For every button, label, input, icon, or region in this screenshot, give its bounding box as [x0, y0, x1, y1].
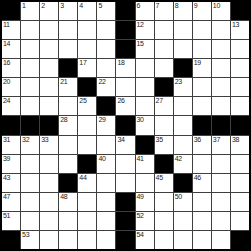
white-cell[interactable]: 3 [59, 2, 77, 20]
black-cell [116, 193, 134, 211]
white-cell[interactable] [40, 97, 58, 115]
white-cell[interactable] [174, 116, 192, 134]
white-cell[interactable] [116, 155, 134, 173]
white-cell[interactable]: 47 [2, 193, 20, 211]
clue-number: 44 [79, 174, 86, 182]
clue-number: 49 [137, 193, 144, 201]
white-cell[interactable] [40, 212, 58, 230]
white-cell[interactable]: 37 [212, 136, 230, 154]
white-cell[interactable] [193, 21, 211, 39]
white-cell[interactable]: 28 [59, 116, 77, 134]
white-cell[interactable] [21, 97, 39, 115]
white-cell[interactable]: 35 [155, 136, 173, 154]
white-cell[interactable] [174, 21, 192, 39]
clue-number: 42 [175, 155, 182, 163]
white-cell[interactable]: 12 [136, 21, 154, 39]
white-cell[interactable] [193, 231, 211, 249]
white-cell[interactable] [40, 40, 58, 58]
clue-number: 6 [137, 2, 141, 10]
clue-number: 15 [137, 40, 144, 48]
white-cell[interactable] [78, 193, 96, 211]
white-cell[interactable]: 39 [2, 155, 20, 173]
white-cell[interactable] [21, 155, 39, 173]
white-cell[interactable] [40, 174, 58, 192]
white-cell[interactable] [21, 212, 39, 230]
white-cell[interactable]: 31 [2, 136, 20, 154]
black-cell [59, 59, 77, 77]
white-cell[interactable] [78, 231, 96, 249]
clue-number: 41 [137, 155, 144, 163]
white-cell[interactable] [97, 136, 115, 154]
clue-number: 46 [194, 174, 201, 182]
white-cell[interactable] [174, 231, 192, 249]
white-cell[interactable]: 7 [155, 2, 173, 20]
clue-number: 36 [194, 136, 201, 144]
white-cell[interactable] [78, 116, 96, 134]
clue-number: 17 [79, 59, 86, 67]
white-cell[interactable]: 49 [136, 193, 154, 211]
clue-number: 54 [137, 231, 144, 239]
white-cell[interactable] [21, 21, 39, 39]
clue-number: 30 [137, 116, 144, 124]
black-cell [231, 231, 249, 249]
white-cell[interactable]: 29 [97, 116, 115, 134]
white-cell[interactable] [193, 97, 211, 115]
white-cell[interactable] [193, 40, 211, 58]
white-cell[interactable]: 8 [174, 2, 192, 20]
clue-number: 19 [194, 59, 201, 67]
clue-number: 29 [98, 116, 105, 124]
white-cell[interactable]: 38 [231, 136, 249, 154]
clue-number: 45 [156, 174, 163, 182]
black-cell [116, 2, 134, 20]
white-cell[interactable] [193, 212, 211, 230]
black-cell [2, 2, 20, 20]
white-cell[interactable]: 21 [59, 78, 77, 96]
white-cell[interactable]: 25 [78, 97, 96, 115]
white-cell[interactable] [59, 155, 77, 173]
clue-number: 39 [3, 155, 10, 163]
clue-number: 27 [156, 97, 163, 105]
white-cell[interactable]: 19 [193, 59, 211, 77]
white-cell[interactable]: 44 [78, 174, 96, 192]
white-cell[interactable] [136, 78, 154, 96]
white-cell[interactable]: 45 [155, 174, 173, 192]
white-cell[interactable] [212, 174, 230, 192]
clue-number: 53 [22, 231, 29, 239]
white-cell[interactable] [21, 174, 39, 192]
white-cell[interactable] [212, 97, 230, 115]
clue-number: 40 [98, 155, 105, 163]
white-cell[interactable] [212, 40, 230, 58]
white-cell[interactable] [40, 155, 58, 173]
white-cell[interactable] [155, 21, 173, 39]
white-cell[interactable]: 41 [136, 155, 154, 173]
white-cell[interactable] [21, 59, 39, 77]
white-cell[interactable]: 42 [174, 155, 192, 173]
clue-number: 25 [79, 97, 86, 105]
clue-number: 9 [194, 2, 198, 10]
white-cell[interactable]: 24 [2, 97, 20, 115]
clue-number: 4 [79, 2, 83, 10]
black-cell [231, 2, 249, 20]
clue-number: 38 [232, 136, 239, 144]
white-cell[interactable]: 1 [21, 2, 39, 20]
white-cell[interactable]: 6 [136, 2, 154, 20]
black-cell [97, 97, 115, 115]
white-cell[interactable] [212, 212, 230, 230]
white-cell[interactable]: 33 [40, 136, 58, 154]
clue-number: 26 [117, 97, 124, 105]
clue-number: 48 [60, 193, 67, 201]
white-cell[interactable]: 2 [40, 2, 58, 20]
white-cell[interactable] [40, 231, 58, 249]
white-cell[interactable]: 22 [97, 78, 115, 96]
white-cell[interactable]: 18 [116, 59, 134, 77]
white-cell[interactable]: 10 [212, 2, 230, 20]
white-cell[interactable]: 51 [2, 212, 20, 230]
white-cell[interactable]: 20 [2, 78, 20, 96]
clue-number: 1 [22, 2, 26, 10]
white-cell[interactable] [231, 78, 249, 96]
clue-number: 43 [3, 174, 10, 182]
black-cell [21, 116, 39, 134]
white-cell[interactable] [212, 193, 230, 211]
white-cell[interactable] [212, 78, 230, 96]
black-cell [116, 40, 134, 58]
black-cell [155, 155, 173, 173]
white-cell[interactable] [136, 97, 154, 115]
white-cell[interactable] [97, 40, 115, 58]
white-cell[interactable]: 5 [97, 2, 115, 20]
white-cell[interactable]: 11 [2, 21, 20, 39]
white-cell[interactable]: 34 [116, 136, 134, 154]
white-cell[interactable] [231, 59, 249, 77]
white-cell[interactable] [155, 40, 173, 58]
white-cell[interactable] [212, 21, 230, 39]
white-cell[interactable]: 13 [231, 21, 249, 39]
clue-number: 2 [41, 2, 45, 10]
clue-number: 3 [60, 2, 64, 10]
white-cell[interactable] [231, 155, 249, 173]
white-cell[interactable]: 40 [97, 155, 115, 173]
clue-number: 21 [60, 78, 67, 86]
white-cell[interactable] [155, 193, 173, 211]
white-cell[interactable]: 23 [174, 78, 192, 96]
clue-number: 16 [3, 59, 10, 67]
white-cell[interactable] [136, 174, 154, 192]
crossword-grid: 1234567891011121314151617181920212223242… [0, 0, 251, 251]
clue-number: 13 [232, 21, 239, 29]
white-cell[interactable] [116, 174, 134, 192]
clue-number: 22 [98, 78, 105, 86]
white-cell[interactable] [59, 97, 77, 115]
clue-number: 10 [213, 2, 220, 10]
white-cell[interactable]: 9 [193, 2, 211, 20]
white-cell[interactable] [59, 136, 77, 154]
black-cell [78, 155, 96, 173]
white-cell[interactable] [97, 174, 115, 192]
white-cell[interactable] [21, 193, 39, 211]
clue-number: 32 [22, 136, 29, 144]
white-cell[interactable] [231, 40, 249, 58]
white-cell[interactable]: 53 [21, 231, 39, 249]
white-cell[interactable] [59, 21, 77, 39]
clue-number: 8 [175, 2, 179, 10]
white-cell[interactable]: 4 [78, 2, 96, 20]
black-cell [78, 78, 96, 96]
clue-number: 11 [3, 21, 10, 29]
white-cell[interactable] [40, 78, 58, 96]
black-cell [116, 21, 134, 39]
black-cell [136, 136, 154, 154]
white-cell[interactable] [155, 231, 173, 249]
white-cell[interactable] [174, 40, 192, 58]
white-cell[interactable] [59, 40, 77, 58]
clue-number: 31 [3, 136, 10, 144]
white-cell[interactable]: 17 [78, 59, 96, 77]
white-cell[interactable] [136, 59, 154, 77]
white-cell[interactable]: 26 [116, 97, 134, 115]
white-cell[interactable] [155, 59, 173, 77]
black-cell [59, 174, 77, 192]
white-cell[interactable] [116, 78, 134, 96]
clue-number: 52 [137, 212, 144, 220]
white-cell[interactable]: 43 [2, 174, 20, 192]
black-cell [174, 174, 192, 192]
white-cell[interactable] [97, 231, 115, 249]
black-cell [2, 116, 20, 134]
white-cell[interactable] [78, 212, 96, 230]
clue-number: 24 [3, 97, 10, 105]
white-cell[interactable] [212, 231, 230, 249]
clue-number: 7 [156, 2, 160, 10]
clue-number: 23 [175, 78, 182, 86]
black-cell [2, 231, 20, 249]
white-cell[interactable]: 32 [21, 136, 39, 154]
clue-number: 28 [60, 116, 67, 124]
white-cell[interactable] [155, 116, 173, 134]
white-cell[interactable] [97, 193, 115, 211]
white-cell[interactable] [231, 212, 249, 230]
white-cell[interactable] [174, 97, 192, 115]
white-cell[interactable] [21, 40, 39, 58]
clue-number: 12 [137, 21, 144, 29]
black-cell [116, 212, 134, 230]
white-cell[interactable] [97, 21, 115, 39]
clue-number: 33 [41, 136, 48, 144]
white-cell[interactable] [59, 231, 77, 249]
white-cell[interactable]: 46 [193, 174, 211, 192]
white-cell[interactable] [231, 174, 249, 192]
white-cell[interactable]: 36 [193, 136, 211, 154]
white-cell[interactable] [40, 59, 58, 77]
white-cell[interactable] [97, 59, 115, 77]
clue-number: 50 [175, 193, 182, 201]
white-cell[interactable] [231, 193, 249, 211]
white-cell[interactable]: 48 [59, 193, 77, 211]
clue-number: 34 [117, 136, 124, 144]
white-cell[interactable] [174, 212, 192, 230]
white-cell[interactable] [193, 155, 211, 173]
white-cell[interactable]: 50 [174, 193, 192, 211]
white-cell[interactable] [40, 21, 58, 39]
clue-number: 47 [3, 193, 10, 201]
white-cell[interactable]: 54 [136, 231, 154, 249]
white-cell[interactable] [193, 193, 211, 211]
white-cell[interactable]: 15 [136, 40, 154, 58]
white-cell[interactable] [231, 97, 249, 115]
white-cell[interactable] [155, 212, 173, 230]
black-cell [116, 116, 134, 134]
white-cell[interactable]: 16 [2, 59, 20, 77]
clue-number: 35 [156, 136, 163, 144]
white-cell[interactable] [193, 78, 211, 96]
clue-number: 5 [98, 2, 102, 10]
white-cell[interactable]: 27 [155, 97, 173, 115]
white-cell[interactable] [78, 136, 96, 154]
clue-number: 51 [3, 212, 10, 220]
white-cell[interactable]: 52 [136, 212, 154, 230]
white-cell[interactable]: 30 [136, 116, 154, 134]
black-cell [40, 116, 58, 134]
white-cell[interactable] [212, 155, 230, 173]
white-cell[interactable]: 14 [2, 40, 20, 58]
white-cell[interactable] [78, 21, 96, 39]
white-cell[interactable] [78, 40, 96, 58]
white-cell[interactable] [40, 193, 58, 211]
white-cell[interactable] [97, 212, 115, 230]
clue-number: 37 [213, 136, 220, 144]
clue-number: 20 [3, 78, 10, 86]
black-cell [212, 116, 230, 134]
clue-number: 18 [117, 59, 124, 67]
white-cell[interactable] [174, 136, 192, 154]
black-cell [193, 116, 211, 134]
white-cell[interactable] [59, 212, 77, 230]
black-cell [116, 231, 134, 249]
black-cell [155, 78, 173, 96]
white-cell[interactable] [21, 78, 39, 96]
black-cell [174, 59, 192, 77]
clue-number: 14 [3, 40, 10, 48]
black-cell [231, 116, 249, 134]
white-cell[interactable] [212, 59, 230, 77]
